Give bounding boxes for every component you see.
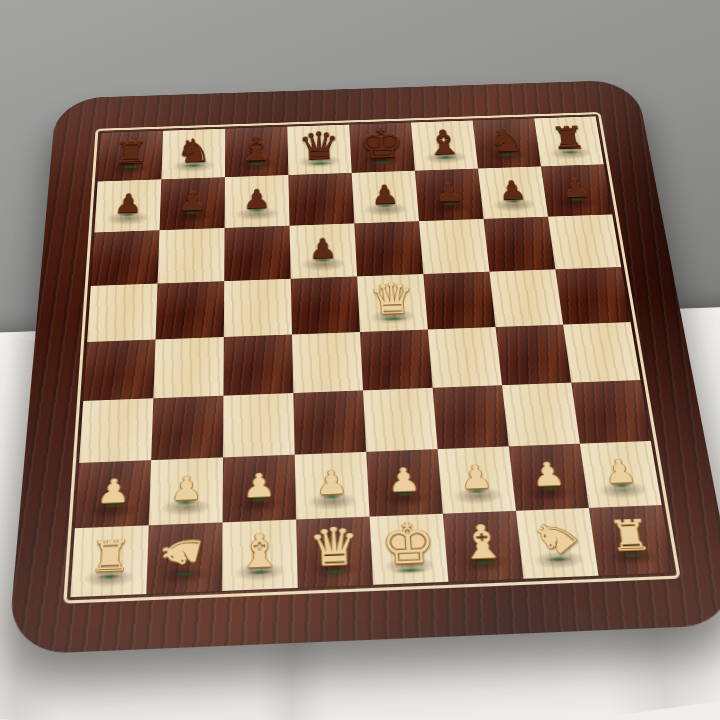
green-felt-base [103, 503, 122, 509]
queen-glyph: ♛ [308, 520, 361, 574]
square-h6[interactable] [548, 214, 621, 269]
square-b4[interactable] [153, 337, 223, 398]
square-c2[interactable]: ♟ [223, 455, 297, 523]
square-c3[interactable] [223, 393, 295, 457]
piece-shadow [532, 550, 586, 570]
square-b3[interactable] [151, 396, 223, 460]
square-c1[interactable]: ♝ [222, 519, 298, 590]
rook-glyph: ♜ [549, 123, 588, 154]
square-g6[interactable] [484, 217, 556, 272]
piece-shadow [233, 562, 286, 582]
white-rook[interactable]: ♜ [606, 514, 653, 558]
square-c6[interactable] [224, 226, 291, 281]
square-f4[interactable] [428, 327, 502, 388]
rook-glyph: ♜ [113, 138, 149, 169]
piece-shadow [452, 486, 504, 505]
square-e2[interactable]: ♟ [366, 449, 443, 516]
square-h1[interactable]: ♜ [589, 505, 673, 576]
piece-shadow [160, 498, 212, 517]
green-felt-base [394, 567, 426, 573]
rook-glyph: ♜ [606, 514, 653, 557]
pawn-glyph: ♟ [530, 457, 566, 490]
green-felt-base [320, 569, 350, 575]
black-pawn[interactable]: ♟ [178, 188, 207, 215]
queen-glyph: ♛ [297, 127, 341, 165]
square-c5[interactable] [224, 279, 292, 337]
green-felt-base [177, 500, 196, 506]
green-felt-base [323, 494, 342, 500]
photo-backdrop: ♜♞♝♛♚♝♞♜♟♟♟♟♟♟♟♟♛♟♟♟♟♟♟♟♟♜♞♝♛♚♝♞♜ [0, 0, 720, 720]
piece-shadow [234, 495, 285, 514]
piece-shadow [158, 565, 211, 585]
pawn-glyph: ♟ [308, 235, 338, 262]
board-frame: ♜♞♝♛♚♝♞♜♟♟♟♟♟♟♟♟♛♟♟♟♟♟♟♟♟♜♞♝♛♚♝♞♜ [7, 80, 720, 655]
black-rook[interactable]: ♜ [113, 138, 149, 170]
white-pawn[interactable]: ♟ [170, 471, 203, 506]
square-e1[interactable]: ♚ [370, 514, 449, 585]
black-pawn[interactable]: ♟ [308, 235, 338, 263]
pawn-glyph: ♟ [497, 177, 529, 203]
white-pawn[interactable]: ♟ [243, 468, 276, 503]
green-felt-base [172, 571, 197, 577]
black-knight[interactable]: ♞ [486, 124, 526, 157]
square-e5[interactable]: ♛ [357, 274, 428, 332]
knight-glyph: ♞ [523, 508, 587, 567]
bishop-glyph: ♝ [424, 126, 465, 160]
square-g7[interactable]: ♟ [478, 166, 548, 218]
bishop-glyph: ♝ [237, 527, 283, 575]
square-h3[interactable] [571, 380, 650, 444]
pawn-glyph: ♟ [560, 175, 592, 201]
white-queen[interactable]: ♛ [368, 277, 417, 322]
square-g4[interactable] [496, 325, 572, 386]
square-b1[interactable]: ♞ [146, 522, 222, 594]
square-a5[interactable] [87, 284, 157, 342]
pawn-glyph: ♟ [433, 179, 464, 205]
square-a2[interactable]: ♟ [75, 460, 151, 528]
square-a1[interactable]: ♜ [70, 525, 148, 597]
board-scene: ♜♞♝♛♚♝♞♜♟♟♟♟♟♟♟♟♛♟♟♟♟♟♟♟♟♜♞♝♛♚♝♞♜ [7, 80, 720, 655]
square-b7[interactable]: ♟ [160, 177, 225, 230]
square-d5[interactable] [291, 276, 360, 334]
green-felt-base [247, 569, 273, 575]
rook-glyph: ♜ [88, 535, 132, 579]
square-b2[interactable]: ♟ [149, 457, 223, 525]
square-g3[interactable] [502, 383, 580, 447]
white-bishop[interactable]: ♝ [237, 527, 283, 576]
black-king[interactable]: ♚ [357, 123, 406, 165]
square-g1[interactable]: ♞ [516, 508, 598, 579]
piece-shadow [606, 547, 661, 567]
square-e6[interactable] [354, 221, 423, 276]
square-e4[interactable] [360, 330, 433, 391]
king-glyph: ♚ [357, 123, 406, 164]
piece-shadow [308, 559, 361, 579]
green-felt-base [97, 574, 121, 580]
piece-shadow [82, 568, 136, 588]
green-felt-base [468, 488, 487, 494]
white-bishop[interactable]: ♝ [458, 518, 507, 567]
green-felt-base [395, 491, 414, 497]
piece-shadow [307, 492, 359, 511]
square-c8[interactable]: ♝ [225, 127, 288, 178]
black-queen[interactable]: ♛ [297, 127, 341, 166]
pawn-glyph: ♟ [387, 463, 422, 496]
black-rook[interactable]: ♜ [549, 123, 588, 154]
pawn-glyph: ♟ [243, 468, 276, 502]
pawn-glyph: ♟ [96, 474, 130, 508]
bishop-glyph: ♝ [458, 518, 507, 566]
pawn-glyph: ♟ [458, 460, 493, 493]
piece-shadow [596, 481, 649, 500]
bishop-glyph: ♝ [237, 132, 275, 166]
square-d7[interactable] [288, 173, 354, 226]
white-queen[interactable]: ♛ [308, 520, 361, 575]
square-b6[interactable] [158, 228, 225, 284]
square-e3[interactable] [363, 388, 438, 452]
square-d3[interactable] [293, 390, 366, 454]
black-pawn[interactable]: ♟ [497, 177, 529, 204]
square-a4[interactable] [83, 339, 155, 400]
square-f6[interactable] [419, 219, 489, 274]
piece-shadow [86, 501, 138, 520]
square-f5[interactable] [423, 272, 495, 330]
square-a3[interactable] [79, 398, 153, 463]
king-glyph: ♚ [379, 515, 437, 573]
knight-glyph: ♞ [153, 528, 210, 574]
square-f2[interactable]: ♟ [438, 446, 516, 513]
pawn-glyph: ♟ [170, 471, 203, 505]
square-h5[interactable] [555, 267, 630, 325]
square-a7[interactable]: ♟ [94, 179, 161, 232]
square-b5[interactable] [156, 281, 225, 339]
white-pawn[interactable]: ♟ [458, 460, 493, 494]
square-a8[interactable]: ♜ [98, 131, 163, 182]
square-g5[interactable] [489, 269, 563, 327]
square-c7[interactable]: ♟ [225, 175, 290, 228]
square-b8[interactable]: ♞ [161, 129, 225, 180]
square-f8[interactable]: ♝ [411, 120, 478, 170]
piece-shadow [457, 553, 511, 573]
pawn-glyph: ♟ [601, 454, 638, 487]
square-f7[interactable]: ♟ [415, 169, 484, 222]
pawn-glyph: ♟ [178, 188, 207, 214]
black-knight[interactable]: ♞ [175, 135, 212, 168]
square-h2[interactable]: ♟ [580, 441, 662, 508]
black-bishop[interactable]: ♝ [237, 132, 275, 167]
square-g2[interactable]: ♟ [509, 444, 589, 511]
white-king[interactable]: ♚ [379, 515, 438, 574]
green-felt-base [540, 486, 559, 492]
square-c4[interactable] [223, 334, 293, 395]
green-felt-base [250, 497, 269, 503]
green-felt-base [471, 560, 498, 566]
knight-glyph: ♞ [486, 124, 526, 156]
white-knight-leaning[interactable]: ♞ [532, 516, 580, 562]
black-bishop[interactable]: ♝ [424, 126, 465, 160]
white-rook[interactable]: ♜ [88, 535, 132, 580]
white-pawn[interactable]: ♟ [530, 457, 566, 491]
square-d6[interactable]: ♟ [290, 223, 358, 278]
piece-shadow [524, 484, 577, 503]
black-pawn[interactable]: ♟ [242, 186, 271, 213]
square-e8[interactable]: ♚ [349, 123, 415, 173]
square-h7[interactable]: ♟ [541, 164, 612, 216]
pawn-glyph: ♟ [370, 181, 400, 207]
knight-glyph: ♞ [175, 135, 212, 168]
square-f3[interactable] [433, 385, 509, 449]
square-d4[interactable] [292, 332, 363, 393]
green-felt-base [546, 556, 572, 562]
square-d8[interactable]: ♛ [287, 125, 351, 175]
square-a6[interactable] [91, 230, 160, 286]
piece-shadow [383, 556, 437, 576]
black-pawn[interactable]: ♟ [370, 181, 400, 208]
piece-shadow [379, 489, 431, 508]
pawn-glyph: ♟ [315, 465, 349, 499]
square-h4[interactable] [563, 322, 640, 383]
chess-board: ♜♞♝♛♚♝♞♜♟♟♟♟♟♟♟♟♛♟♟♟♟♟♟♟♟♜♞♝♛♚♝♞♜ [70, 116, 673, 597]
square-h8[interactable]: ♜ [534, 116, 604, 166]
black-pawn[interactable]: ♟ [560, 175, 592, 202]
white-pawn[interactable]: ♟ [96, 474, 130, 509]
pawn-glyph: ♟ [113, 190, 143, 216]
pawn-glyph: ♟ [242, 186, 271, 212]
green-felt-base [612, 483, 631, 489]
queen-glyph: ♛ [368, 277, 417, 321]
white-pawn[interactable]: ♟ [315, 465, 349, 500]
square-d2[interactable]: ♟ [295, 452, 370, 520]
square-d1[interactable]: ♛ [296, 517, 373, 588]
square-f1[interactable]: ♝ [443, 511, 524, 582]
black-pawn[interactable]: ♟ [433, 179, 464, 206]
green-felt-base [621, 552, 646, 558]
white-pawn[interactable]: ♟ [601, 454, 638, 488]
square-g8[interactable]: ♞ [473, 118, 541, 168]
white-knight-tipped[interactable]: ♞ [163, 531, 207, 578]
white-pawn[interactable]: ♟ [387, 463, 422, 497]
square-e7[interactable]: ♟ [352, 171, 419, 224]
black-pawn[interactable]: ♟ [113, 190, 143, 217]
